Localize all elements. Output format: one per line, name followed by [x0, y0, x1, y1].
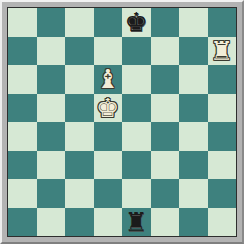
square-d7[interactable]	[94, 37, 123, 66]
square-g2[interactable]	[179, 179, 208, 208]
square-a1[interactable]	[8, 208, 37, 237]
square-f8[interactable]	[151, 8, 180, 37]
square-c7[interactable]	[65, 37, 94, 66]
square-a3[interactable]	[8, 151, 37, 180]
square-b2[interactable]	[37, 179, 66, 208]
square-e3[interactable]	[122, 151, 151, 180]
square-f7[interactable]	[151, 37, 180, 66]
square-h1[interactable]	[208, 208, 237, 237]
square-d5[interactable]: ♚	[94, 94, 123, 123]
square-c6[interactable]	[65, 65, 94, 94]
square-c1[interactable]	[65, 208, 94, 237]
square-e5[interactable]	[122, 94, 151, 123]
square-h5[interactable]	[208, 94, 237, 123]
square-e6[interactable]	[122, 65, 151, 94]
square-g4[interactable]	[179, 122, 208, 151]
piece-black-king[interactable]: ♚	[125, 8, 148, 37]
square-f4[interactable]	[151, 122, 180, 151]
square-b6[interactable]	[37, 65, 66, 94]
square-a8[interactable]	[8, 8, 37, 37]
square-e2[interactable]	[122, 179, 151, 208]
piece-black-rook[interactable]: ♜	[125, 208, 148, 237]
square-b1[interactable]	[37, 208, 66, 237]
square-b4[interactable]	[37, 122, 66, 151]
square-g3[interactable]	[179, 151, 208, 180]
square-c5[interactable]	[65, 94, 94, 123]
square-a6[interactable]	[8, 65, 37, 94]
chess-board: ♚♜♝♚♜	[7, 7, 237, 237]
board-frame: ♚♜♝♚♜	[0, 0, 244, 244]
square-d3[interactable]	[94, 151, 123, 180]
square-e7[interactable]	[122, 37, 151, 66]
square-b7[interactable]	[37, 37, 66, 66]
square-a5[interactable]	[8, 94, 37, 123]
piece-white-rook[interactable]: ♜	[210, 37, 233, 66]
square-g6[interactable]	[179, 65, 208, 94]
square-h8[interactable]	[208, 8, 237, 37]
square-f6[interactable]	[151, 65, 180, 94]
piece-white-king[interactable]: ♚	[96, 94, 119, 123]
square-e8[interactable]: ♚	[122, 8, 151, 37]
square-f3[interactable]	[151, 151, 180, 180]
square-c8[interactable]	[65, 8, 94, 37]
piece-white-bishop[interactable]: ♝	[96, 65, 119, 94]
square-h3[interactable]	[208, 151, 237, 180]
square-b3[interactable]	[37, 151, 66, 180]
square-a4[interactable]	[8, 122, 37, 151]
square-e4[interactable]	[122, 122, 151, 151]
square-f5[interactable]	[151, 94, 180, 123]
square-h7[interactable]: ♜	[208, 37, 237, 66]
square-f2[interactable]	[151, 179, 180, 208]
square-b8[interactable]	[37, 8, 66, 37]
square-d1[interactable]	[94, 208, 123, 237]
square-f1[interactable]	[151, 208, 180, 237]
square-h4[interactable]	[208, 122, 237, 151]
square-d8[interactable]	[94, 8, 123, 37]
square-c3[interactable]	[65, 151, 94, 180]
square-g8[interactable]	[179, 8, 208, 37]
square-a7[interactable]	[8, 37, 37, 66]
square-h2[interactable]	[208, 179, 237, 208]
square-g5[interactable]	[179, 94, 208, 123]
square-c2[interactable]	[65, 179, 94, 208]
square-h6[interactable]	[208, 65, 237, 94]
square-d2[interactable]	[94, 179, 123, 208]
square-c4[interactable]	[65, 122, 94, 151]
square-e1[interactable]: ♜	[122, 208, 151, 237]
square-g1[interactable]	[179, 208, 208, 237]
square-d4[interactable]	[94, 122, 123, 151]
square-b5[interactable]	[37, 94, 66, 123]
square-d6[interactable]: ♝	[94, 65, 123, 94]
square-g7[interactable]	[179, 37, 208, 66]
square-a2[interactable]	[8, 179, 37, 208]
